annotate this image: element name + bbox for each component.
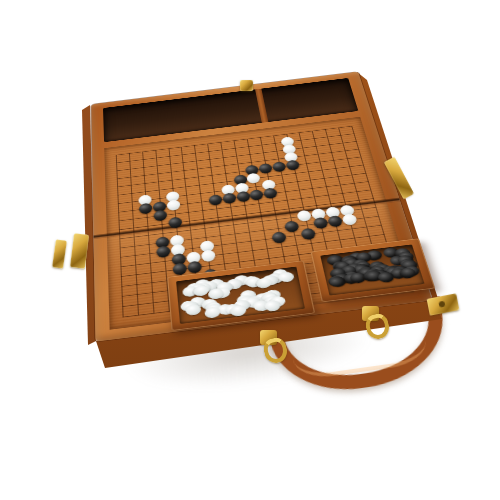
tray-stone-white [185,304,201,316]
white-stone-tray-floor [176,267,305,324]
front-clasp-center-icon [358,306,392,334]
case-top-surface [91,72,432,342]
recess-divider [255,89,268,123]
front-clasp-left-icon [256,330,290,358]
back-rim-knob-icon [240,80,253,91]
black-stone-tray-floor [320,244,424,295]
product-photo-go-set [0,0,500,500]
